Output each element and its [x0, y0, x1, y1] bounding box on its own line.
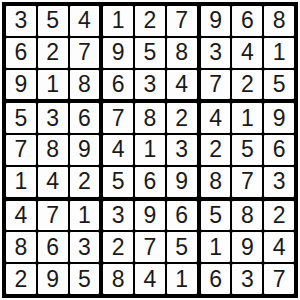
- cell-r8c7[interactable]: 1: [201, 232, 231, 262]
- cell-r8c9[interactable]: 4: [264, 232, 294, 262]
- cell-r3c9[interactable]: 5: [264, 70, 294, 100]
- cell-r1c9[interactable]: 8: [264, 6, 294, 36]
- cell-r4c1[interactable]: 5: [6, 103, 36, 133]
- cell-r5c9[interactable]: 6: [264, 135, 294, 165]
- cell-r4c4[interactable]: 7: [103, 103, 133, 133]
- cell-r9c7[interactable]: 6: [201, 264, 231, 294]
- cell-r7c4[interactable]: 3: [103, 201, 133, 231]
- cell-r7c5[interactable]: 9: [135, 201, 165, 231]
- cell-r5c2[interactable]: 8: [38, 135, 68, 165]
- box-1-3: 968341725: [201, 6, 294, 99]
- cell-r6c3[interactable]: 2: [70, 167, 100, 197]
- cell-r7c9[interactable]: 2: [264, 201, 294, 231]
- cell-r8c6[interactable]: 5: [167, 232, 197, 262]
- cell-r5c1[interactable]: 7: [6, 135, 36, 165]
- cell-r6c4[interactable]: 5: [103, 167, 133, 197]
- cell-r3c3[interactable]: 8: [70, 70, 100, 100]
- cell-r5c6[interactable]: 3: [167, 135, 197, 165]
- cell-r7c3[interactable]: 1: [70, 201, 100, 231]
- cell-r2c2[interactable]: 2: [38, 38, 68, 68]
- box-3-3: 582194637: [201, 201, 294, 294]
- cell-r6c1[interactable]: 1: [6, 167, 36, 197]
- cell-r5c5[interactable]: 1: [135, 135, 165, 165]
- cell-r9c4[interactable]: 8: [103, 264, 133, 294]
- cell-r1c2[interactable]: 5: [38, 6, 68, 36]
- cell-r6c9[interactable]: 3: [264, 167, 294, 197]
- cell-r9c6[interactable]: 1: [167, 264, 197, 294]
- cell-r7c1[interactable]: 4: [6, 201, 36, 231]
- cell-r9c3[interactable]: 5: [70, 264, 100, 294]
- cell-r6c6[interactable]: 9: [167, 167, 197, 197]
- cell-r3c1[interactable]: 9: [6, 70, 36, 100]
- cell-r2c8[interactable]: 4: [232, 38, 262, 68]
- cell-r4c9[interactable]: 9: [264, 103, 294, 133]
- cell-r3c2[interactable]: 1: [38, 70, 68, 100]
- cell-r7c2[interactable]: 7: [38, 201, 68, 231]
- cell-r2c7[interactable]: 3: [201, 38, 231, 68]
- cell-r2c6[interactable]: 8: [167, 38, 197, 68]
- cell-r4c8[interactable]: 1: [232, 103, 262, 133]
- cell-r3c8[interactable]: 2: [232, 70, 262, 100]
- cell-r6c2[interactable]: 4: [38, 167, 68, 197]
- page: 3546279181279586349683417255367891427824…: [0, 0, 300, 300]
- cell-r7c7[interactable]: 5: [201, 201, 231, 231]
- box-3-1: 471863295: [6, 201, 99, 294]
- cell-r8c8[interactable]: 9: [232, 232, 262, 262]
- box-2-1: 536789142: [6, 103, 99, 196]
- cell-r9c8[interactable]: 3: [232, 264, 262, 294]
- cell-r4c7[interactable]: 4: [201, 103, 231, 133]
- cell-r6c5[interactable]: 6: [135, 167, 165, 197]
- cell-r3c6[interactable]: 4: [167, 70, 197, 100]
- cell-r8c3[interactable]: 3: [70, 232, 100, 262]
- cell-r3c5[interactable]: 3: [135, 70, 165, 100]
- cell-r1c6[interactable]: 7: [167, 6, 197, 36]
- cell-r1c5[interactable]: 2: [135, 6, 165, 36]
- cell-r4c3[interactable]: 6: [70, 103, 100, 133]
- cell-r2c1[interactable]: 6: [6, 38, 36, 68]
- box-2-3: 419256873: [201, 103, 294, 196]
- cell-r1c8[interactable]: 6: [232, 6, 262, 36]
- cell-r1c7[interactable]: 9: [201, 6, 231, 36]
- cell-r3c7[interactable]: 7: [201, 70, 231, 100]
- cell-r8c4[interactable]: 2: [103, 232, 133, 262]
- cell-r5c7[interactable]: 2: [201, 135, 231, 165]
- cell-r1c1[interactable]: 3: [6, 6, 36, 36]
- cell-r9c9[interactable]: 7: [264, 264, 294, 294]
- cell-r1c4[interactable]: 1: [103, 6, 133, 36]
- cell-r4c2[interactable]: 3: [38, 103, 68, 133]
- cell-r9c1[interactable]: 2: [6, 264, 36, 294]
- cell-r8c2[interactable]: 6: [38, 232, 68, 262]
- cell-r2c5[interactable]: 5: [135, 38, 165, 68]
- sudoku-board: 3546279181279586349683417255367891427824…: [2, 2, 298, 298]
- cell-r7c6[interactable]: 6: [167, 201, 197, 231]
- box-1-2: 127958634: [103, 6, 196, 99]
- cell-r4c5[interactable]: 8: [135, 103, 165, 133]
- cell-r9c5[interactable]: 4: [135, 264, 165, 294]
- cell-r2c9[interactable]: 1: [264, 38, 294, 68]
- cell-r8c5[interactable]: 7: [135, 232, 165, 262]
- cell-r4c6[interactable]: 2: [167, 103, 197, 133]
- cell-r5c3[interactable]: 9: [70, 135, 100, 165]
- cell-r2c3[interactable]: 7: [70, 38, 100, 68]
- cell-r8c1[interactable]: 8: [6, 232, 36, 262]
- cell-r6c7[interactable]: 8: [201, 167, 231, 197]
- cell-r5c8[interactable]: 5: [232, 135, 262, 165]
- box-1-1: 354627918: [6, 6, 99, 99]
- cell-r2c4[interactable]: 9: [103, 38, 133, 68]
- cell-r7c8[interactable]: 8: [232, 201, 262, 231]
- cell-r9c2[interactable]: 9: [38, 264, 68, 294]
- cell-r5c4[interactable]: 4: [103, 135, 133, 165]
- cell-r3c4[interactable]: 6: [103, 70, 133, 100]
- box-2-2: 782413569: [103, 103, 196, 196]
- cell-r1c3[interactable]: 4: [70, 6, 100, 36]
- cell-r6c8[interactable]: 7: [232, 167, 262, 197]
- box-3-2: 396275841: [103, 201, 196, 294]
